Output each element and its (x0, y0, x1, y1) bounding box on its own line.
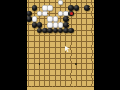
go-board-grid (26, 0, 94, 90)
letterbox-bar-right (94, 0, 120, 90)
video-frame (0, 0, 120, 90)
last-move-marker (70, 12, 73, 15)
letterbox-bar-left (0, 0, 27, 90)
go-board[interactable] (27, 0, 94, 90)
